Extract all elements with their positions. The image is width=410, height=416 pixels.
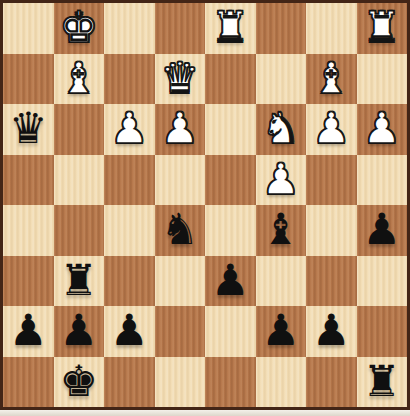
square-g2[interactable]: ♟: [306, 306, 357, 357]
square-h7[interactable]: [357, 54, 408, 105]
square-a7[interactable]: [3, 54, 54, 105]
piece-white-king[interactable]: ♚: [59, 2, 98, 53]
square-b5[interactable]: [54, 155, 105, 206]
square-h8[interactable]: ♜: [357, 3, 408, 54]
square-b1[interactable]: ♚: [54, 357, 105, 408]
square-b4[interactable]: [54, 205, 105, 256]
square-g8[interactable]: [306, 3, 357, 54]
square-b2[interactable]: ♟: [54, 306, 105, 357]
piece-black-pawn[interactable]: ♟: [59, 305, 98, 356]
square-c1[interactable]: [104, 357, 155, 408]
piece-black-pawn[interactable]: ♟: [110, 305, 149, 356]
piece-white-pawn[interactable]: ♟: [110, 103, 149, 154]
piece-white-knight[interactable]: ♞: [261, 103, 300, 154]
piece-black-queen[interactable]: ♛: [9, 103, 48, 154]
piece-black-pawn[interactable]: ♟: [312, 305, 351, 356]
square-d4[interactable]: ♞: [155, 205, 206, 256]
square-c3[interactable]: [104, 256, 155, 307]
square-c4[interactable]: [104, 205, 155, 256]
piece-white-rook[interactable]: ♜: [211, 2, 250, 53]
piece-white-queen[interactable]: ♛: [160, 53, 199, 104]
square-h2[interactable]: [357, 306, 408, 357]
square-c2[interactable]: ♟: [104, 306, 155, 357]
piece-black-pawn[interactable]: ♟: [362, 204, 401, 255]
square-h5[interactable]: [357, 155, 408, 206]
square-e1[interactable]: [205, 357, 256, 408]
square-h6[interactable]: ♟: [357, 104, 408, 155]
square-f8[interactable]: [256, 3, 307, 54]
chess-board-frame: ♚♜♜♝♛♝♛♟♟♞♟♟♟♞♝♟♜♟♟♟♟♟♟♚♜: [0, 0, 410, 410]
piece-black-pawn[interactable]: ♟: [211, 255, 250, 306]
square-f3[interactable]: [256, 256, 307, 307]
square-e4[interactable]: [205, 205, 256, 256]
square-d5[interactable]: [155, 155, 206, 206]
chess-board: ♚♜♜♝♛♝♛♟♟♞♟♟♟♞♝♟♜♟♟♟♟♟♟♚♜: [3, 3, 407, 407]
square-e3[interactable]: ♟: [205, 256, 256, 307]
piece-white-pawn[interactable]: ♟: [160, 103, 199, 154]
piece-black-knight[interactable]: ♞: [160, 204, 199, 255]
square-f7[interactable]: [256, 54, 307, 105]
square-c5[interactable]: [104, 155, 155, 206]
square-h1[interactable]: ♜: [357, 357, 408, 408]
piece-white-pawn[interactable]: ♟: [362, 103, 401, 154]
square-f2[interactable]: ♟: [256, 306, 307, 357]
piece-white-rook[interactable]: ♜: [362, 2, 401, 53]
square-f1[interactable]: [256, 357, 307, 408]
square-g4[interactable]: [306, 205, 357, 256]
piece-black-bishop[interactable]: ♝: [261, 204, 300, 255]
square-e7[interactable]: [205, 54, 256, 105]
square-b3[interactable]: ♜: [54, 256, 105, 307]
square-a4[interactable]: [3, 205, 54, 256]
square-c7[interactable]: [104, 54, 155, 105]
square-b6[interactable]: [54, 104, 105, 155]
piece-black-pawn[interactable]: ♟: [9, 305, 48, 356]
square-d3[interactable]: [155, 256, 206, 307]
square-h3[interactable]: [357, 256, 408, 307]
piece-black-rook[interactable]: ♜: [362, 356, 401, 407]
square-g7[interactable]: ♝: [306, 54, 357, 105]
piece-white-pawn[interactable]: ♟: [312, 103, 351, 154]
square-b8[interactable]: ♚: [54, 3, 105, 54]
square-f6[interactable]: ♞: [256, 104, 307, 155]
square-h4[interactable]: ♟: [357, 205, 408, 256]
square-a3[interactable]: [3, 256, 54, 307]
page-background: ♚♜♜♝♛♝♛♟♟♞♟♟♟♞♝♟♜♟♟♟♟♟♟♚♜: [0, 0, 410, 416]
square-d8[interactable]: [155, 3, 206, 54]
square-a1[interactable]: [3, 357, 54, 408]
piece-black-rook[interactable]: ♜: [59, 255, 98, 306]
square-d2[interactable]: [155, 306, 206, 357]
square-g6[interactable]: ♟: [306, 104, 357, 155]
square-a5[interactable]: [3, 155, 54, 206]
square-b7[interactable]: ♝: [54, 54, 105, 105]
square-g3[interactable]: [306, 256, 357, 307]
square-a2[interactable]: ♟: [3, 306, 54, 357]
square-f4[interactable]: ♝: [256, 205, 307, 256]
square-g5[interactable]: [306, 155, 357, 206]
piece-black-pawn[interactable]: ♟: [261, 305, 300, 356]
square-d7[interactable]: ♛: [155, 54, 206, 105]
piece-white-bishop[interactable]: ♝: [59, 53, 98, 104]
square-d6[interactable]: ♟: [155, 104, 206, 155]
piece-white-pawn[interactable]: ♟: [261, 154, 300, 205]
square-e2[interactable]: [205, 306, 256, 357]
square-d1[interactable]: [155, 357, 206, 408]
square-e5[interactable]: [205, 155, 256, 206]
square-a6[interactable]: ♛: [3, 104, 54, 155]
square-f5[interactable]: ♟: [256, 155, 307, 206]
square-g1[interactable]: [306, 357, 357, 408]
table-surface: [0, 410, 410, 416]
square-a8[interactable]: [3, 3, 54, 54]
piece-black-king[interactable]: ♚: [59, 356, 98, 407]
piece-white-bishop[interactable]: ♝: [312, 53, 351, 104]
square-e8[interactable]: ♜: [205, 3, 256, 54]
square-c6[interactable]: ♟: [104, 104, 155, 155]
square-c8[interactable]: [104, 3, 155, 54]
square-e6[interactable]: [205, 104, 256, 155]
